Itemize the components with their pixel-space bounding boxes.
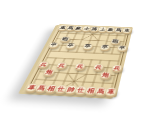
piece-character: 兵 [76,64,84,69]
piece-black-chariot[interactable]: 車 [122,28,132,34]
piece-character: 兵 [94,65,102,70]
piece-character: 炮 [102,72,110,77]
piece-character: 兵 [39,62,48,67]
board-grid-lines [32,28,127,92]
piece-character: 馬 [97,88,105,94]
piece-character: 兵 [58,63,66,68]
piece-character: 卒 [50,43,58,47]
piece-character: 車 [107,89,115,95]
board-perspective-wrapper: 車馬象士將士象馬車砲砲卒卒卒卒卒兵兵兵兵兵炮炮車馬相仕帥仕相馬車 [22,24,133,97]
piece-character: 卒 [119,46,126,50]
piece-character: 兵 [113,66,121,71]
photo-scene: 車馬象士將士象馬車砲砲卒卒卒卒卒兵兵兵兵兵炮炮車馬相仕帥仕相馬車 [0,0,155,125]
piece-character: 卒 [101,45,108,49]
xiangqi-board: 車馬象士將士象馬車砲砲卒卒卒卒卒兵兵兵兵兵炮炮車馬相仕帥仕相馬車 [22,24,133,97]
piece-character: 車 [124,28,130,32]
piece-red-chariot[interactable]: 車 [104,87,117,96]
piece-black-soldier[interactable]: 卒 [117,45,128,52]
piece-character: 砲 [112,39,119,43]
piece-character: 卒 [84,44,91,48]
piece-character: 砲 [61,37,69,41]
piece-character: 卒 [67,43,75,47]
piece-red-soldier[interactable]: 兵 [111,64,123,72]
piece-character: 炮 [45,70,54,75]
